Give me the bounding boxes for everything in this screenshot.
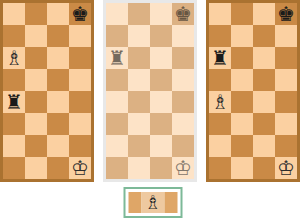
square[interactable] xyxy=(128,135,150,157)
square[interactable] xyxy=(253,157,275,179)
piece-black-king-icon: ♚ xyxy=(174,4,192,24)
square[interactable] xyxy=(253,69,275,91)
square[interactable] xyxy=(150,25,172,47)
board-right[interactable]: ♚♜♗♔ xyxy=(206,0,300,182)
piece-white-king-icon: ♔ xyxy=(277,158,295,178)
square[interactable] xyxy=(231,47,253,69)
square[interactable]: ♗ xyxy=(3,47,25,69)
square[interactable] xyxy=(106,25,128,47)
square[interactable] xyxy=(275,47,297,69)
square[interactable] xyxy=(150,113,172,135)
square[interactable] xyxy=(150,91,172,113)
square[interactable] xyxy=(150,47,172,69)
square[interactable] xyxy=(150,3,172,25)
square[interactable] xyxy=(25,135,47,157)
square[interactable] xyxy=(47,69,69,91)
square[interactable] xyxy=(275,91,297,113)
square[interactable] xyxy=(47,135,69,157)
piece-white-bishop-icon[interactable]: ♗ xyxy=(144,193,161,212)
piece-white-bishop-icon: ♗ xyxy=(211,92,229,112)
square[interactable] xyxy=(106,157,128,179)
piece-black-king-icon: ♚ xyxy=(71,4,89,24)
square[interactable] xyxy=(150,157,172,179)
square[interactable] xyxy=(231,113,253,135)
square[interactable] xyxy=(253,47,275,69)
square[interactable] xyxy=(25,47,47,69)
square[interactable] xyxy=(69,135,91,157)
square[interactable]: ♚ xyxy=(69,3,91,25)
square[interactable] xyxy=(47,25,69,47)
square[interactable] xyxy=(231,135,253,157)
square[interactable] xyxy=(150,135,172,157)
square[interactable]: ♗ xyxy=(209,91,231,113)
square[interactable] xyxy=(47,47,69,69)
square[interactable] xyxy=(253,25,275,47)
piece-white-king-icon: ♔ xyxy=(174,158,192,178)
square[interactable] xyxy=(253,135,275,157)
square[interactable]: ♚ xyxy=(275,3,297,25)
square[interactable] xyxy=(69,113,91,135)
square[interactable] xyxy=(47,157,69,179)
board-middle[interactable]: ♚♜♔ xyxy=(103,0,197,182)
square[interactable] xyxy=(275,135,297,157)
square[interactable] xyxy=(128,157,150,179)
square[interactable] xyxy=(209,157,231,179)
square[interactable] xyxy=(25,3,47,25)
square[interactable] xyxy=(275,113,297,135)
square[interactable]: ♚ xyxy=(172,3,194,25)
square[interactable] xyxy=(253,91,275,113)
square[interactable] xyxy=(231,91,253,113)
piece-tray[interactable]: ♗ xyxy=(124,187,183,218)
piece-black-rook-icon: ♜ xyxy=(211,48,229,68)
square[interactable]: ♔ xyxy=(172,157,194,179)
square[interactable] xyxy=(209,135,231,157)
square[interactable] xyxy=(25,113,47,135)
square[interactable] xyxy=(106,69,128,91)
square[interactable] xyxy=(231,69,253,91)
square[interactable]: ♜ xyxy=(209,47,231,69)
board-left[interactable]: ♚♗♜♔ xyxy=(0,0,94,182)
square[interactable] xyxy=(275,69,297,91)
square[interactable] xyxy=(253,3,275,25)
square[interactable] xyxy=(275,25,297,47)
square[interactable] xyxy=(172,113,194,135)
square[interactable] xyxy=(231,25,253,47)
square[interactable] xyxy=(209,25,231,47)
piece-white-king-icon: ♔ xyxy=(71,158,89,178)
square[interactable] xyxy=(47,113,69,135)
square[interactable] xyxy=(128,47,150,69)
square[interactable] xyxy=(106,3,128,25)
square[interactable] xyxy=(172,91,194,113)
square[interactable] xyxy=(128,113,150,135)
square[interactable] xyxy=(150,69,172,91)
square[interactable] xyxy=(69,69,91,91)
square[interactable] xyxy=(3,69,25,91)
square[interactable] xyxy=(25,157,47,179)
piece-black-rook-icon: ♜ xyxy=(5,92,23,112)
square[interactable] xyxy=(128,69,150,91)
square[interactable] xyxy=(25,91,47,113)
square[interactable]: ♔ xyxy=(275,157,297,179)
square[interactable] xyxy=(172,25,194,47)
square[interactable] xyxy=(172,135,194,157)
square[interactable] xyxy=(209,3,231,25)
square[interactable] xyxy=(69,25,91,47)
square[interactable] xyxy=(106,91,128,113)
square[interactable] xyxy=(69,47,91,69)
piece-black-king-icon: ♚ xyxy=(277,4,295,24)
square[interactable] xyxy=(253,113,275,135)
square[interactable] xyxy=(3,25,25,47)
square[interactable] xyxy=(47,3,69,25)
tray-strip-left xyxy=(129,192,142,213)
square[interactable] xyxy=(3,135,25,157)
square[interactable] xyxy=(172,69,194,91)
tray-square[interactable]: ♗ xyxy=(142,192,165,213)
square[interactable] xyxy=(106,135,128,157)
square[interactable] xyxy=(172,47,194,69)
square[interactable]: ♔ xyxy=(69,157,91,179)
square[interactable] xyxy=(128,91,150,113)
square[interactable] xyxy=(209,113,231,135)
square[interactable] xyxy=(25,69,47,91)
square[interactable] xyxy=(47,91,69,113)
square[interactable] xyxy=(106,113,128,135)
square[interactable] xyxy=(25,25,47,47)
square[interactable] xyxy=(209,69,231,91)
square[interactable] xyxy=(3,3,25,25)
square[interactable] xyxy=(128,3,150,25)
square[interactable] xyxy=(231,3,253,25)
tray-strip-right xyxy=(165,192,178,213)
square[interactable]: ♜ xyxy=(106,47,128,69)
piece-white-bishop-icon: ♗ xyxy=(5,48,23,68)
square[interactable] xyxy=(69,91,91,113)
square[interactable]: ♜ xyxy=(3,91,25,113)
square[interactable] xyxy=(3,113,25,135)
square[interactable] xyxy=(231,157,253,179)
piece-black-rook-icon: ♜ xyxy=(108,48,126,68)
square[interactable] xyxy=(3,157,25,179)
square[interactable] xyxy=(128,25,150,47)
